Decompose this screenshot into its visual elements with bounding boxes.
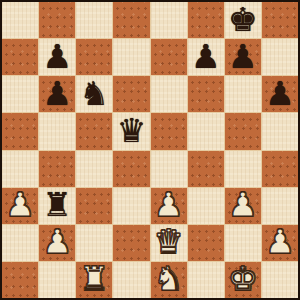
- square-f8[interactable]: [188, 2, 224, 38]
- square-g7[interactable]: ♟: [225, 39, 261, 75]
- chess-diagram: ♚♟♟♟♟♞♟♛♟♜♟♟♟♛♟♜♞♚: [0, 0, 300, 300]
- square-f4[interactable]: [188, 151, 224, 187]
- square-c5[interactable]: [76, 113, 112, 149]
- square-b5[interactable]: [39, 113, 75, 149]
- square-c8[interactable]: [76, 2, 112, 38]
- black-pawn: ♟: [42, 77, 72, 110]
- square-h6[interactable]: ♟: [262, 76, 298, 112]
- square-h5[interactable]: [262, 113, 298, 149]
- square-c1[interactable]: ♜: [76, 262, 112, 298]
- square-b2[interactable]: ♟: [39, 225, 75, 261]
- square-f6[interactable]: [188, 76, 224, 112]
- white-pawn: ♟: [42, 225, 72, 258]
- black-pawn: ♟: [228, 40, 258, 73]
- square-e8[interactable]: [151, 2, 187, 38]
- square-d1[interactable]: [113, 262, 149, 298]
- white-pawn: ♟: [5, 188, 35, 221]
- square-a1[interactable]: [2, 262, 38, 298]
- square-e6[interactable]: [151, 76, 187, 112]
- black-king: ♚: [228, 3, 258, 36]
- square-b4[interactable]: [39, 151, 75, 187]
- square-d7[interactable]: [113, 39, 149, 75]
- square-c4[interactable]: [76, 151, 112, 187]
- square-d6[interactable]: [113, 76, 149, 112]
- square-c6[interactable]: ♞: [76, 76, 112, 112]
- square-a2[interactable]: [2, 225, 38, 261]
- square-e7[interactable]: [151, 39, 187, 75]
- white-rook: ♜: [80, 262, 110, 295]
- square-e5[interactable]: [151, 113, 187, 149]
- square-a5[interactable]: [2, 113, 38, 149]
- white-pawn: ♟: [154, 188, 184, 221]
- square-a4[interactable]: [2, 151, 38, 187]
- square-e3[interactable]: ♟: [151, 188, 187, 224]
- square-h1[interactable]: [262, 262, 298, 298]
- black-rook: ♜: [42, 188, 72, 221]
- white-king: ♚: [228, 262, 258, 295]
- square-a3[interactable]: ♟: [2, 188, 38, 224]
- square-c7[interactable]: [76, 39, 112, 75]
- square-b8[interactable]: [39, 2, 75, 38]
- square-f2[interactable]: [188, 225, 224, 261]
- square-g1[interactable]: ♚: [225, 262, 261, 298]
- square-h2[interactable]: ♟: [262, 225, 298, 261]
- square-c3[interactable]: [76, 188, 112, 224]
- white-pawn: ♟: [228, 188, 258, 221]
- square-g8[interactable]: ♚: [225, 2, 261, 38]
- square-h3[interactable]: [262, 188, 298, 224]
- square-a7[interactable]: [2, 39, 38, 75]
- square-a6[interactable]: [2, 76, 38, 112]
- square-g5[interactable]: [225, 113, 261, 149]
- square-g4[interactable]: [225, 151, 261, 187]
- square-e1[interactable]: ♞: [151, 262, 187, 298]
- square-g3[interactable]: ♟: [225, 188, 261, 224]
- square-d5[interactable]: ♛: [113, 113, 149, 149]
- square-b7[interactable]: ♟: [39, 39, 75, 75]
- square-g2[interactable]: [225, 225, 261, 261]
- square-d3[interactable]: [113, 188, 149, 224]
- square-h8[interactable]: [262, 2, 298, 38]
- white-knight: ♞: [154, 262, 184, 295]
- square-b1[interactable]: [39, 262, 75, 298]
- square-f1[interactable]: [188, 262, 224, 298]
- white-pawn: ♟: [265, 225, 295, 258]
- square-b6[interactable]: ♟: [39, 76, 75, 112]
- square-h4[interactable]: [262, 151, 298, 187]
- black-queen: ♛: [117, 114, 147, 147]
- square-d8[interactable]: [113, 2, 149, 38]
- square-d2[interactable]: [113, 225, 149, 261]
- black-pawn: ♟: [265, 77, 295, 110]
- square-a8[interactable]: [2, 2, 38, 38]
- square-g6[interactable]: [225, 76, 261, 112]
- square-f7[interactable]: ♟: [188, 39, 224, 75]
- square-e2[interactable]: ♛: [151, 225, 187, 261]
- black-pawn: ♟: [42, 40, 72, 73]
- square-d4[interactable]: [113, 151, 149, 187]
- square-h7[interactable]: [262, 39, 298, 75]
- square-b3[interactable]: ♜: [39, 188, 75, 224]
- white-queen: ♛: [154, 225, 184, 258]
- black-knight: ♞: [80, 77, 110, 110]
- square-f3[interactable]: [188, 188, 224, 224]
- black-pawn: ♟: [191, 40, 221, 73]
- square-f5[interactable]: [188, 113, 224, 149]
- square-c2[interactable]: [76, 225, 112, 261]
- chess-board: ♚♟♟♟♟♞♟♛♟♜♟♟♟♛♟♜♞♚: [0, 0, 300, 300]
- square-e4[interactable]: [151, 151, 187, 187]
